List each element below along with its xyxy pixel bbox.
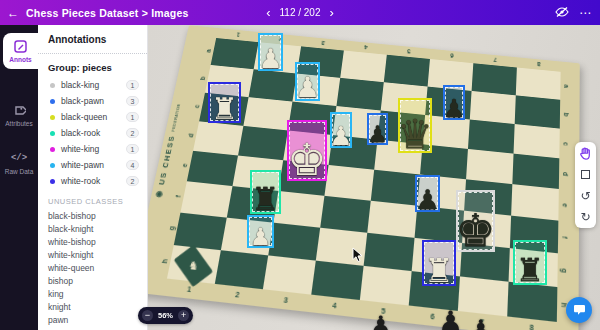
image-canvas[interactable]: 12345678 12345678 abcdefgh abcdefgh ◉ US… <box>148 25 600 330</box>
top-bar: ← Chess Pieces Dataset > Images ‹ 112 / … <box>0 0 600 25</box>
square-g3 <box>268 223 320 261</box>
annotate-icon <box>14 39 28 53</box>
class-color-dot <box>50 99 55 104</box>
square-f4 <box>320 196 371 233</box>
class-color-dot <box>50 131 55 136</box>
square-e4 <box>324 165 374 201</box>
square-d1 <box>193 121 243 155</box>
annotation-box-black-rook[interactable]: ♜ <box>250 170 281 214</box>
square-h5 <box>360 266 412 306</box>
annotation-box-black-pawn[interactable]: ♟ <box>443 85 465 120</box>
class-count-badge: 3 <box>126 96 139 106</box>
annotation-box-white-rook[interactable]: ♜ <box>422 240 456 286</box>
piece-glyph-black-queen: ♛ <box>397 114 433 154</box>
hide-annotations-eye-icon[interactable] <box>555 4 569 22</box>
annotation-box-white-pawn[interactable]: ♟ <box>247 215 274 248</box>
class-name: white-king <box>61 144 126 154</box>
square-h7 <box>458 276 509 316</box>
square-f1 <box>180 181 232 217</box>
square-g5 <box>364 233 415 271</box>
left-rail: Annots Attributes </> Raw Data <box>0 25 38 330</box>
square-d7 <box>466 149 513 184</box>
annotation-box-black-queen[interactable]: ♛ <box>398 98 432 153</box>
zoom-in-button[interactable]: + <box>178 310 189 321</box>
unused-class-list: black-bishopblack-knightwhite-bishopwhit… <box>38 209 147 330</box>
class-row-white-king[interactable]: white-king 1 <box>38 141 147 157</box>
class-color-dot <box>50 83 55 88</box>
annotation-box-white-rook[interactable]: ♜ <box>208 82 241 123</box>
unused-class-bishop[interactable]: bishop <box>38 274 147 287</box>
square-d2 <box>238 126 288 160</box>
class-list: black-king 1 black-pawn 3 black-queen 1 … <box>38 77 147 189</box>
annotation-box-white-pawn[interactable]: ♟ <box>330 112 352 148</box>
piece-glyph-black-rook: ♜ <box>516 254 545 286</box>
square-g1 <box>174 213 227 251</box>
annotation-box-white-king[interactable]: ♚ <box>287 120 327 181</box>
piece-glyph-black-king: ♚ <box>455 208 495 253</box>
class-count-badge: 2 <box>126 176 139 186</box>
class-count-badge: 1 <box>126 112 139 122</box>
chat-bubble-icon <box>573 304 586 316</box>
square-d8 <box>512 154 559 189</box>
undo-button[interactable]: ↺ <box>578 188 593 203</box>
square-c2 <box>243 97 292 130</box>
chat-widget-button[interactable] <box>566 297 592 323</box>
mouse-cursor <box>352 247 363 267</box>
unused-class-knight[interactable]: knight <box>38 300 147 313</box>
back-arrow-icon[interactable]: ← <box>0 6 26 20</box>
annotation-box-black-pawn[interactable]: ♟ <box>415 175 440 212</box>
class-name: black-king <box>61 80 126 90</box>
annotation-box-black-king[interactable]: ♚ <box>456 190 495 252</box>
square-b4 <box>336 78 383 111</box>
piece-glyph-black-pawn: ♟ <box>443 96 465 121</box>
piece-glyph-white-king: ♚ <box>287 138 326 182</box>
annotations-panel: Annotations Group: pieces black-king 1 b… <box>38 25 148 330</box>
square-b2 <box>249 69 297 101</box>
square-h1: ♞ <box>167 245 221 284</box>
unused-class-white-queen[interactable]: white-queen <box>38 261 147 274</box>
code-icon: </> <box>12 151 26 165</box>
group-label: Group: pieces <box>38 54 147 77</box>
square-a4 <box>340 51 387 83</box>
square-c8 <box>514 124 560 158</box>
unused-class-white-knight[interactable]: white-knight <box>38 248 147 261</box>
class-row-white-rook[interactable]: white-rook 2 <box>38 173 147 189</box>
tag-icon <box>12 103 26 117</box>
annotation-box-white-pawn[interactable]: ♟ <box>258 33 283 71</box>
zoom-control: − 56% + <box>138 307 193 324</box>
piece-glyph-black-pawn: ♟ <box>415 186 439 213</box>
square-b7 <box>470 91 516 124</box>
zoom-level: 56% <box>158 311 173 320</box>
image-counter: 112 / 202 <box>280 7 321 18</box>
class-row-black-rook[interactable]: black-rook 2 <box>38 125 147 141</box>
piece-glyph-black-rook: ♜ <box>251 183 280 215</box>
square-e8 <box>511 184 559 220</box>
unused-class-king[interactable]: king <box>38 287 147 300</box>
class-count-badge: 2 <box>126 128 139 138</box>
piece-glyph-white-pawn: ♟ <box>329 123 352 149</box>
square-b8 <box>515 95 561 128</box>
annotation-box-white-pawn[interactable]: ♟ <box>295 62 320 101</box>
class-color-dot <box>50 147 55 152</box>
unused-class-black-knight[interactable]: black-knight <box>38 222 147 235</box>
square-e5 <box>371 170 420 206</box>
class-color-dot <box>50 115 55 120</box>
class-row-black-pawn[interactable]: black-pawn 3 <box>38 93 147 109</box>
rail-item-annotate[interactable]: Annots <box>3 33 38 69</box>
piece-glyph-white-rook: ♜ <box>424 254 454 287</box>
next-image-chevron[interactable]: › <box>329 8 333 18</box>
square-a5 <box>384 55 430 87</box>
piece-glyph-black-pawn: ♟ <box>367 123 388 146</box>
board-grid: ♞ <box>167 38 561 322</box>
class-count-badge: 4 <box>126 160 139 170</box>
unused-classes-title: UNUSED CLASSES <box>38 189 147 209</box>
zoom-out-button[interactable]: − <box>142 310 153 321</box>
square-a7 <box>472 63 517 95</box>
stray-black-piece: ♟ <box>470 315 492 330</box>
square-f3 <box>273 191 324 228</box>
class-count-badge: 1 <box>126 80 139 90</box>
prev-image-chevron[interactable]: ‹ <box>266 8 270 18</box>
panel-title: Annotations <box>38 25 147 54</box>
stray-black-piece: ♟ <box>438 305 463 330</box>
square-a8 <box>516 68 561 100</box>
redo-button[interactable]: ↻ <box>578 209 593 224</box>
stray-black-piece: ♟ <box>370 311 392 330</box>
image-navigation: ‹ 112 / 202 › <box>266 7 334 18</box>
unused-class-black-bishop[interactable]: black-bishop <box>38 209 147 222</box>
square-h3 <box>263 255 316 294</box>
piece-glyph-white-pawn: ♟ <box>258 45 282 72</box>
class-color-dot <box>50 163 55 168</box>
class-count-badge: 1 <box>126 144 139 154</box>
square-a1 <box>211 38 259 69</box>
class-row-black-queen[interactable]: black-queen 1 <box>38 109 147 125</box>
class-name: black-queen <box>61 112 126 122</box>
class-name: black-pawn <box>61 96 126 106</box>
piece-glyph-white-pawn: ♟ <box>250 225 272 249</box>
annotation-box-black-rook[interactable]: ♜ <box>513 240 547 285</box>
class-row-black-king[interactable]: black-king 1 <box>38 77 147 93</box>
board-file-labels-right: abcdefgh <box>558 72 573 324</box>
piece-glyph-white-pawn: ♟ <box>295 74 320 102</box>
class-color-dot <box>50 179 55 184</box>
square-e1 <box>187 151 238 186</box>
square-h2 <box>215 250 268 289</box>
overflow-menu-icon[interactable]: ⋯ <box>579 6 592 20</box>
square-f5 <box>367 201 417 238</box>
piece-glyph-white-rook: ♜ <box>211 94 238 124</box>
unused-class-queen[interactable]: queen <box>38 326 147 330</box>
rail-item-attributes[interactable]: Attributes <box>0 103 38 127</box>
class-name: white-rook <box>61 176 126 186</box>
breadcrumb[interactable]: Chess Pieces Dataset > Images <box>26 7 189 19</box>
class-name: white-pawn <box>61 160 126 170</box>
unused-class-white-bishop[interactable]: white-bishop <box>38 235 147 248</box>
bbox-icon <box>581 170 590 179</box>
unused-class-pawn[interactable]: pawn <box>38 313 147 326</box>
annotation-box-black-pawn[interactable]: ♟ <box>367 113 388 145</box>
hand-tool-button[interactable] <box>578 146 593 161</box>
class-name: black-rook <box>61 128 126 138</box>
rail-item-raw-data[interactable]: </> Raw Data <box>0 151 38 175</box>
class-row-white-pawn[interactable]: white-pawn 4 <box>38 157 147 173</box>
square-c7 <box>468 119 515 153</box>
bounding-box-tool-button[interactable] <box>578 167 593 182</box>
canvas-toolbar: ↺ ↻ <box>575 142 596 228</box>
